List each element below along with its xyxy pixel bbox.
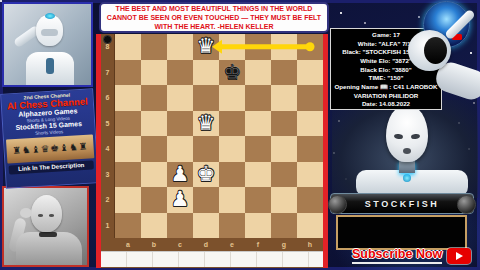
- android-body: [16, 232, 82, 267]
- square-a5[interactable]: [115, 111, 141, 137]
- square-d3[interactable]: ♚: [193, 162, 219, 188]
- stockfish-label: STOCKFISH: [365, 199, 439, 209]
- square-h1[interactable]: [297, 213, 323, 239]
- board-corner: [101, 238, 115, 251]
- file-label-c: c: [167, 238, 193, 251]
- helmet-robot-visor: [424, 37, 447, 64]
- subscribe-label[interactable]: Subscribe Now: [352, 248, 442, 264]
- rank-label-2: 2: [101, 187, 115, 213]
- file-label-h: h: [297, 238, 323, 251]
- square-g8[interactable]: [271, 34, 297, 60]
- square-h3[interactable]: [297, 162, 323, 188]
- square-g1[interactable]: [271, 213, 297, 239]
- stockfish-nameplate: STOCKFISH: [330, 193, 474, 214]
- square-f5[interactable]: [245, 111, 271, 137]
- robot-chest-light: [46, 58, 54, 74]
- rank-label-3: 3: [101, 162, 115, 188]
- square-a7[interactable]: [115, 60, 141, 86]
- square-e8[interactable]: [219, 34, 245, 60]
- rank-label-6: 6: [101, 85, 115, 111]
- square-c3[interactable]: ♟: [167, 162, 193, 188]
- square-d1[interactable]: [193, 213, 219, 239]
- file-label-e: e: [219, 238, 245, 251]
- youtube-play-icon[interactable]: [447, 248, 471, 264]
- channel-banner: 2nd Chess Channel AI Chess Channel Alpha…: [0, 88, 99, 189]
- square-d5[interactable]: ♛: [193, 111, 219, 137]
- square-g4[interactable]: [271, 136, 297, 162]
- square-g3[interactable]: [271, 162, 297, 188]
- square-e1[interactable]: [219, 213, 245, 239]
- android-core-light: [403, 174, 411, 182]
- white-king[interactable]: ♚: [197, 164, 216, 185]
- square-c7[interactable]: [167, 60, 193, 86]
- subscribe-cta[interactable]: Subscribe Now: [352, 248, 471, 264]
- board-bottom-strip: [101, 251, 323, 267]
- square-f6[interactable]: [245, 85, 271, 111]
- quote-text: THE BEST AND MOST BEAUTIFUL THINGS IN TH…: [106, 4, 322, 32]
- chess-board: 8♛7♚65♛43♟♚2♟1abcdefgh: [96, 34, 328, 268]
- square-f2[interactable]: [245, 187, 271, 213]
- square-c2[interactable]: ♟: [167, 187, 193, 213]
- rank-label-7: 7: [101, 60, 115, 86]
- board-grid: 8♛7♚65♛43♟♚2♟1abcdefgh: [101, 34, 323, 251]
- black-king[interactable]: ♚: [223, 62, 242, 83]
- square-b7[interactable]: [141, 60, 167, 86]
- square-f7[interactable]: [245, 60, 271, 86]
- video-frame: 2nd Chess Channel AI Chess Channel Alpha…: [0, 0, 480, 270]
- square-b5[interactable]: [141, 111, 167, 137]
- square-d4[interactable]: [193, 136, 219, 162]
- square-a6[interactable]: [115, 85, 141, 111]
- square-f4[interactable]: [245, 136, 271, 162]
- square-d8[interactable]: ♛: [193, 34, 219, 60]
- square-g7[interactable]: [271, 60, 297, 86]
- square-f8[interactable]: [245, 34, 271, 60]
- square-d6[interactable]: [193, 85, 219, 111]
- square-e2[interactable]: [219, 187, 245, 213]
- white-pawn[interactable]: ♟: [171, 189, 190, 210]
- blank-screen-panel: [336, 215, 467, 250]
- square-b2[interactable]: [141, 187, 167, 213]
- file-label-b: b: [141, 238, 167, 251]
- square-h7[interactable]: [297, 60, 323, 86]
- file-label-d: d: [193, 238, 219, 251]
- white-queen[interactable]: ♛: [197, 36, 216, 57]
- square-h6[interactable]: [297, 85, 323, 111]
- square-g5[interactable]: [271, 111, 297, 137]
- square-c1[interactable]: [167, 213, 193, 239]
- square-d2[interactable]: [193, 187, 219, 213]
- file-label-a: a: [115, 238, 141, 251]
- quote-box: THE BEST AND MOST BEAUTIFUL THINGS IN TH…: [99, 2, 329, 33]
- square-a3[interactable]: [115, 162, 141, 188]
- square-g2[interactable]: [271, 187, 297, 213]
- robot-crown-light: [45, 13, 55, 19]
- square-g6[interactable]: [271, 85, 297, 111]
- square-h4[interactable]: [297, 136, 323, 162]
- square-e4[interactable]: [219, 136, 245, 162]
- android-hand: [20, 208, 32, 218]
- android-eye-right: [49, 214, 54, 217]
- square-c4[interactable]: [167, 136, 193, 162]
- file-label-f: f: [245, 238, 271, 251]
- banner-chess-pieces: ♜♞♝♛♚♝♞♜: [12, 141, 88, 156]
- square-a4[interactable]: [115, 136, 141, 162]
- square-h8[interactable]: [297, 34, 323, 60]
- square-e7[interactable]: ♚: [219, 60, 245, 86]
- robot-visor: [41, 29, 58, 36]
- android-head: [31, 195, 62, 232]
- square-h5[interactable]: [297, 111, 323, 137]
- rank-label-1: 1: [101, 213, 115, 239]
- square-e5[interactable]: [219, 111, 245, 137]
- robot-thinking-photo-top-left: [2, 2, 93, 87]
- square-b8[interactable]: [141, 34, 167, 60]
- square-d7[interactable]: [193, 60, 219, 86]
- square-a8[interactable]: [115, 34, 141, 60]
- android-eye-left: [38, 214, 43, 217]
- square-c8[interactable]: [167, 34, 193, 60]
- rank-label-4: 4: [101, 136, 115, 162]
- square-b3[interactable]: [141, 162, 167, 188]
- square-e3[interactable]: [219, 162, 245, 188]
- square-e6[interactable]: [219, 85, 245, 111]
- android-neck-band: [39, 232, 57, 237]
- rank-label-5: 5: [101, 111, 115, 137]
- android-mouth: [403, 148, 411, 154]
- banner-chessboard-image: ♜♞♝♛♚♝♞♜: [6, 134, 94, 163]
- square-c6[interactable]: [167, 85, 193, 111]
- android-thinker-photo-bottom-left: [2, 186, 89, 267]
- helmet-robot: [400, 22, 480, 117]
- file-label-g: g: [271, 238, 297, 251]
- square-a2[interactable]: [115, 187, 141, 213]
- square-f3[interactable]: [245, 162, 271, 188]
- turn-indicator-black-dot: [103, 35, 112, 44]
- white-pawn[interactable]: ♟: [171, 164, 190, 185]
- white-queen[interactable]: ♛: [197, 113, 216, 134]
- square-a1[interactable]: [115, 213, 141, 239]
- square-h2[interactable]: [297, 187, 323, 213]
- square-b4[interactable]: [141, 136, 167, 162]
- square-b6[interactable]: [141, 85, 167, 111]
- square-c5[interactable]: [167, 111, 193, 137]
- square-f1[interactable]: [245, 213, 271, 239]
- square-b1[interactable]: [141, 213, 167, 239]
